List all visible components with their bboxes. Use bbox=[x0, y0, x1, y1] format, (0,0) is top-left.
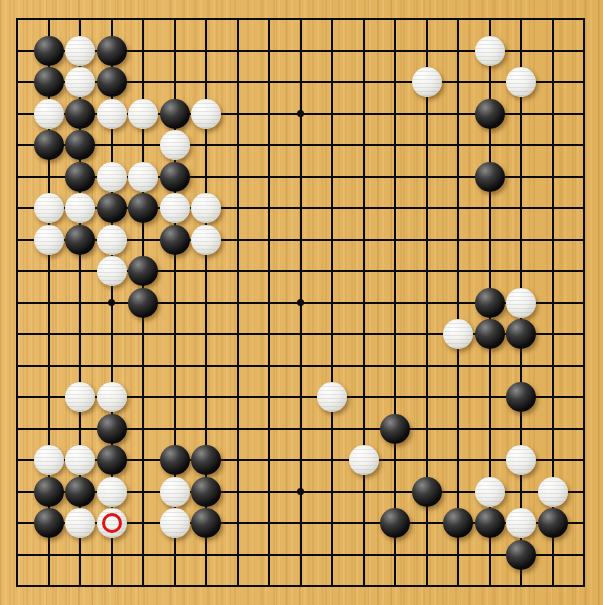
black-stone bbox=[191, 445, 221, 475]
black-stone bbox=[475, 508, 505, 538]
star-point bbox=[297, 299, 304, 306]
white-stone bbox=[160, 477, 190, 507]
black-stone bbox=[128, 193, 158, 223]
white-stone bbox=[317, 382, 347, 412]
white-stone bbox=[97, 225, 127, 255]
white-stone bbox=[65, 193, 95, 223]
white-stone bbox=[65, 382, 95, 412]
white-stone bbox=[34, 99, 64, 129]
black-stone bbox=[191, 508, 221, 538]
grid-line-vertical bbox=[363, 18, 365, 587]
grid-line-vertical bbox=[394, 18, 396, 587]
grid-line-horizontal bbox=[16, 585, 585, 587]
black-stone bbox=[97, 36, 127, 66]
black-stone bbox=[475, 288, 505, 318]
last-move-marker bbox=[102, 513, 122, 533]
black-stone bbox=[34, 477, 64, 507]
white-stone bbox=[191, 193, 221, 223]
black-stone bbox=[160, 225, 190, 255]
white-stone bbox=[97, 477, 127, 507]
white-stone bbox=[538, 477, 568, 507]
grid-line-vertical bbox=[331, 18, 333, 587]
white-stone bbox=[160, 193, 190, 223]
white-stone bbox=[506, 288, 536, 318]
black-stone bbox=[191, 477, 221, 507]
white-stone bbox=[65, 508, 95, 538]
black-stone bbox=[128, 288, 158, 318]
black-stone bbox=[443, 508, 473, 538]
white-stone bbox=[65, 67, 95, 97]
black-stone bbox=[160, 99, 190, 129]
white-stone bbox=[97, 256, 127, 286]
black-stone bbox=[65, 130, 95, 160]
black-stone bbox=[128, 256, 158, 286]
black-stone bbox=[34, 130, 64, 160]
black-stone bbox=[380, 508, 410, 538]
black-stone bbox=[160, 445, 190, 475]
white-stone bbox=[506, 508, 536, 538]
black-stone bbox=[506, 319, 536, 349]
white-stone bbox=[128, 99, 158, 129]
black-stone bbox=[475, 319, 505, 349]
white-stone bbox=[65, 445, 95, 475]
white-stone bbox=[191, 225, 221, 255]
white-stone bbox=[34, 193, 64, 223]
black-stone bbox=[34, 67, 64, 97]
white-stone bbox=[506, 445, 536, 475]
white-stone bbox=[506, 67, 536, 97]
grid-line-vertical bbox=[457, 18, 459, 587]
white-stone bbox=[97, 99, 127, 129]
white-stone bbox=[160, 508, 190, 538]
white-stone bbox=[34, 445, 64, 475]
grid-line-horizontal bbox=[16, 554, 585, 556]
grid-line-vertical bbox=[583, 18, 585, 587]
black-stone bbox=[65, 225, 95, 255]
black-stone bbox=[475, 162, 505, 192]
white-stone bbox=[128, 162, 158, 192]
black-stone bbox=[97, 67, 127, 97]
black-stone bbox=[34, 508, 64, 538]
black-stone bbox=[97, 445, 127, 475]
white-stone bbox=[443, 319, 473, 349]
white-stone bbox=[97, 382, 127, 412]
black-stone bbox=[412, 477, 442, 507]
white-stone bbox=[475, 36, 505, 66]
white-stone bbox=[475, 477, 505, 507]
black-stone bbox=[34, 36, 64, 66]
white-stone bbox=[160, 130, 190, 160]
black-stone bbox=[97, 193, 127, 223]
star-point bbox=[108, 299, 115, 306]
black-stone bbox=[506, 540, 536, 570]
star-point bbox=[297, 110, 304, 117]
black-stone bbox=[65, 477, 95, 507]
black-stone bbox=[97, 414, 127, 444]
grid-line-horizontal bbox=[16, 365, 585, 367]
black-stone bbox=[538, 508, 568, 538]
black-stone bbox=[160, 162, 190, 192]
black-stone bbox=[506, 382, 536, 412]
star-point bbox=[297, 488, 304, 495]
black-stone bbox=[65, 99, 95, 129]
white-stone bbox=[191, 99, 221, 129]
black-stone bbox=[380, 414, 410, 444]
black-stone bbox=[65, 162, 95, 192]
white-stone bbox=[412, 67, 442, 97]
white-stone bbox=[349, 445, 379, 475]
go-board[interactable] bbox=[0, 0, 603, 605]
black-stone bbox=[475, 99, 505, 129]
white-stone bbox=[65, 36, 95, 66]
white-stone bbox=[34, 225, 64, 255]
white-stone bbox=[97, 162, 127, 192]
